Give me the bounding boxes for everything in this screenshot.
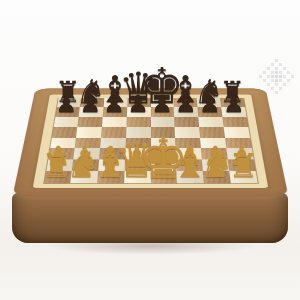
square-f2	[176, 159, 203, 171]
chess-box-top-face	[12, 88, 288, 196]
square-h4	[224, 137, 251, 148]
square-g5	[199, 127, 225, 137]
square-a1	[43, 171, 71, 183]
square-e4	[150, 137, 175, 148]
square-e7	[150, 107, 174, 117]
square-d3	[124, 148, 150, 159]
square-d6	[126, 117, 150, 127]
square-h5	[223, 127, 249, 137]
square-c3	[99, 148, 125, 159]
chess-box-front-face	[12, 193, 288, 243]
square-h2	[227, 159, 255, 171]
square-d5	[125, 127, 150, 137]
square-d8	[127, 98, 150, 107]
square-g2	[201, 159, 228, 171]
square-c1	[97, 171, 124, 183]
square-c2	[98, 159, 125, 171]
square-d4	[125, 137, 150, 148]
square-b4	[74, 137, 100, 148]
square-e5	[150, 127, 175, 137]
square-e1	[150, 171, 177, 183]
square-g6	[198, 117, 223, 127]
square-d1	[123, 171, 150, 183]
chess-board	[42, 97, 258, 183]
square-f1	[176, 171, 203, 183]
square-a2	[45, 159, 73, 171]
square-d2	[124, 159, 150, 171]
square-c4	[100, 137, 126, 148]
square-c8	[103, 98, 127, 107]
square-f4	[175, 137, 201, 148]
checkered-diamond-logo	[259, 59, 294, 94]
square-b5	[76, 127, 102, 137]
square-a7	[54, 107, 79, 117]
square-a4	[49, 137, 76, 148]
square-e6	[150, 117, 174, 127]
square-h6	[222, 117, 248, 127]
square-f5	[174, 127, 199, 137]
square-e3	[150, 148, 176, 159]
square-d7	[126, 107, 150, 117]
square-h8	[219, 98, 244, 107]
square-a8	[56, 98, 81, 107]
square-c5	[101, 127, 126, 137]
square-c7	[102, 107, 126, 117]
square-g1	[202, 171, 230, 183]
square-h7	[220, 107, 245, 117]
square-g3	[200, 148, 227, 159]
square-b8	[80, 98, 104, 107]
square-b1	[70, 171, 98, 183]
square-f7	[173, 107, 197, 117]
square-e2	[150, 159, 176, 171]
square-g4	[200, 137, 226, 148]
square-h3	[226, 148, 253, 159]
square-f8	[173, 98, 197, 107]
square-a6	[53, 117, 79, 127]
square-b6	[77, 117, 102, 127]
square-c6	[101, 117, 126, 127]
board-border-strip	[32, 94, 268, 187]
square-e8	[150, 98, 173, 107]
square-f3	[175, 148, 201, 159]
square-g8	[196, 98, 220, 107]
product-photo-scene: ♜♞♝♛♚♝♞♜♟♟♟♟♟♟♟♟♟♟♟♟♟♟♟♟♜♞♝♛♚♝♞♜	[0, 0, 300, 300]
square-b3	[73, 148, 100, 159]
square-b2	[72, 159, 99, 171]
square-h1	[228, 171, 256, 183]
square-b7	[78, 107, 103, 117]
square-a3	[47, 148, 74, 159]
square-f6	[174, 117, 199, 127]
square-a5	[51, 127, 77, 137]
square-g7	[197, 107, 222, 117]
